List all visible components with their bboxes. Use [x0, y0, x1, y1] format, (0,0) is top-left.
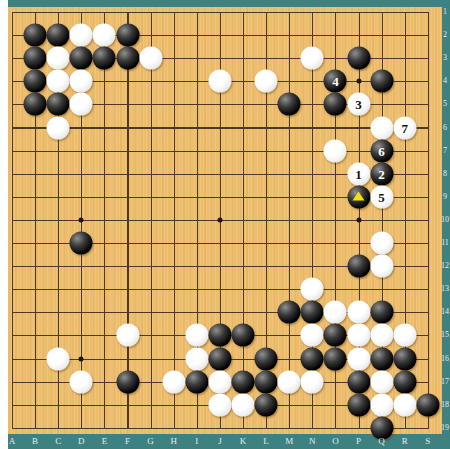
column-label-A: A — [9, 437, 16, 446]
column-label-B: B — [32, 437, 38, 446]
column-label-G: G — [147, 437, 154, 446]
column-label-M: M — [285, 437, 293, 446]
row-label-2: 2 — [440, 31, 450, 39]
column-label-Q: Q — [378, 437, 385, 446]
row-label-6: 6 — [440, 124, 450, 132]
column-label-R: R — [402, 437, 408, 446]
row-label-12: 12 — [440, 262, 450, 270]
row-label-8: 8 — [440, 170, 450, 178]
column-label-L: L — [263, 437, 269, 446]
column-label-F: F — [125, 437, 130, 446]
row-label-3: 3 — [440, 54, 450, 62]
row-label-19: 19 — [440, 424, 450, 432]
row-label-16: 16 — [440, 355, 450, 363]
column-label-J: J — [218, 437, 222, 446]
column-label-P: P — [356, 437, 361, 446]
row-label-17: 17 — [440, 378, 450, 386]
column-label-H: H — [170, 437, 177, 446]
coordinate-labels-layer: ABCDEFGHIJKLMNOPQRS123456789101112131415… — [0, 0, 450, 449]
row-label-1: 1 — [440, 8, 450, 16]
row-label-15: 15 — [440, 331, 450, 339]
row-label-9: 9 — [440, 193, 450, 201]
row-label-7: 7 — [440, 147, 450, 155]
row-label-5: 5 — [440, 100, 450, 108]
row-label-10: 10 — [440, 216, 450, 224]
column-label-I: I — [195, 437, 198, 446]
row-label-14: 14 — [440, 308, 450, 316]
row-label-13: 13 — [440, 285, 450, 293]
column-label-O: O — [332, 437, 339, 446]
column-label-N: N — [309, 437, 316, 446]
column-label-E: E — [102, 437, 108, 446]
column-label-S: S — [425, 437, 430, 446]
column-label-D: D — [78, 437, 85, 446]
column-label-K: K — [240, 437, 247, 446]
row-label-4: 4 — [440, 77, 450, 85]
column-label-C: C — [55, 437, 61, 446]
row-label-18: 18 — [440, 401, 450, 409]
go-diagram-window: 4376125 ABCDEFGHIJKLMNOPQRS1234567891011… — [0, 0, 450, 449]
row-label-11: 11 — [440, 239, 450, 247]
